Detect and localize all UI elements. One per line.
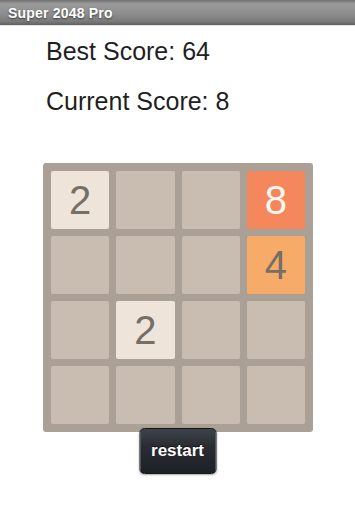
empty-cell (51, 236, 109, 294)
tile-2: 2 (51, 171, 109, 229)
empty-cell (116, 236, 174, 294)
game-board[interactable]: 2842 (43, 163, 313, 432)
empty-cell (51, 301, 109, 359)
empty-cell (182, 301, 240, 359)
empty-cell (116, 366, 174, 424)
empty-cell (116, 171, 174, 229)
title-bar: Super 2048 Pro (0, 0, 355, 26)
tile-4: 4 (247, 236, 305, 294)
empty-cell (182, 236, 240, 294)
app-title: Super 2048 Pro (8, 5, 113, 21)
current-score-text: Current Score: 8 (46, 89, 229, 114)
empty-cell (51, 366, 109, 424)
restart-button[interactable]: restart (139, 428, 216, 474)
best-score-text: Best Score: 64 (46, 39, 210, 64)
empty-cell (182, 366, 240, 424)
empty-cell (247, 301, 305, 359)
app-screen: Super 2048 Pro Best Score: 64 Current Sc… (0, 0, 355, 512)
tile-2: 2 (116, 301, 174, 359)
empty-cell (247, 366, 305, 424)
tile-8: 8 (247, 171, 305, 229)
empty-cell (182, 171, 240, 229)
